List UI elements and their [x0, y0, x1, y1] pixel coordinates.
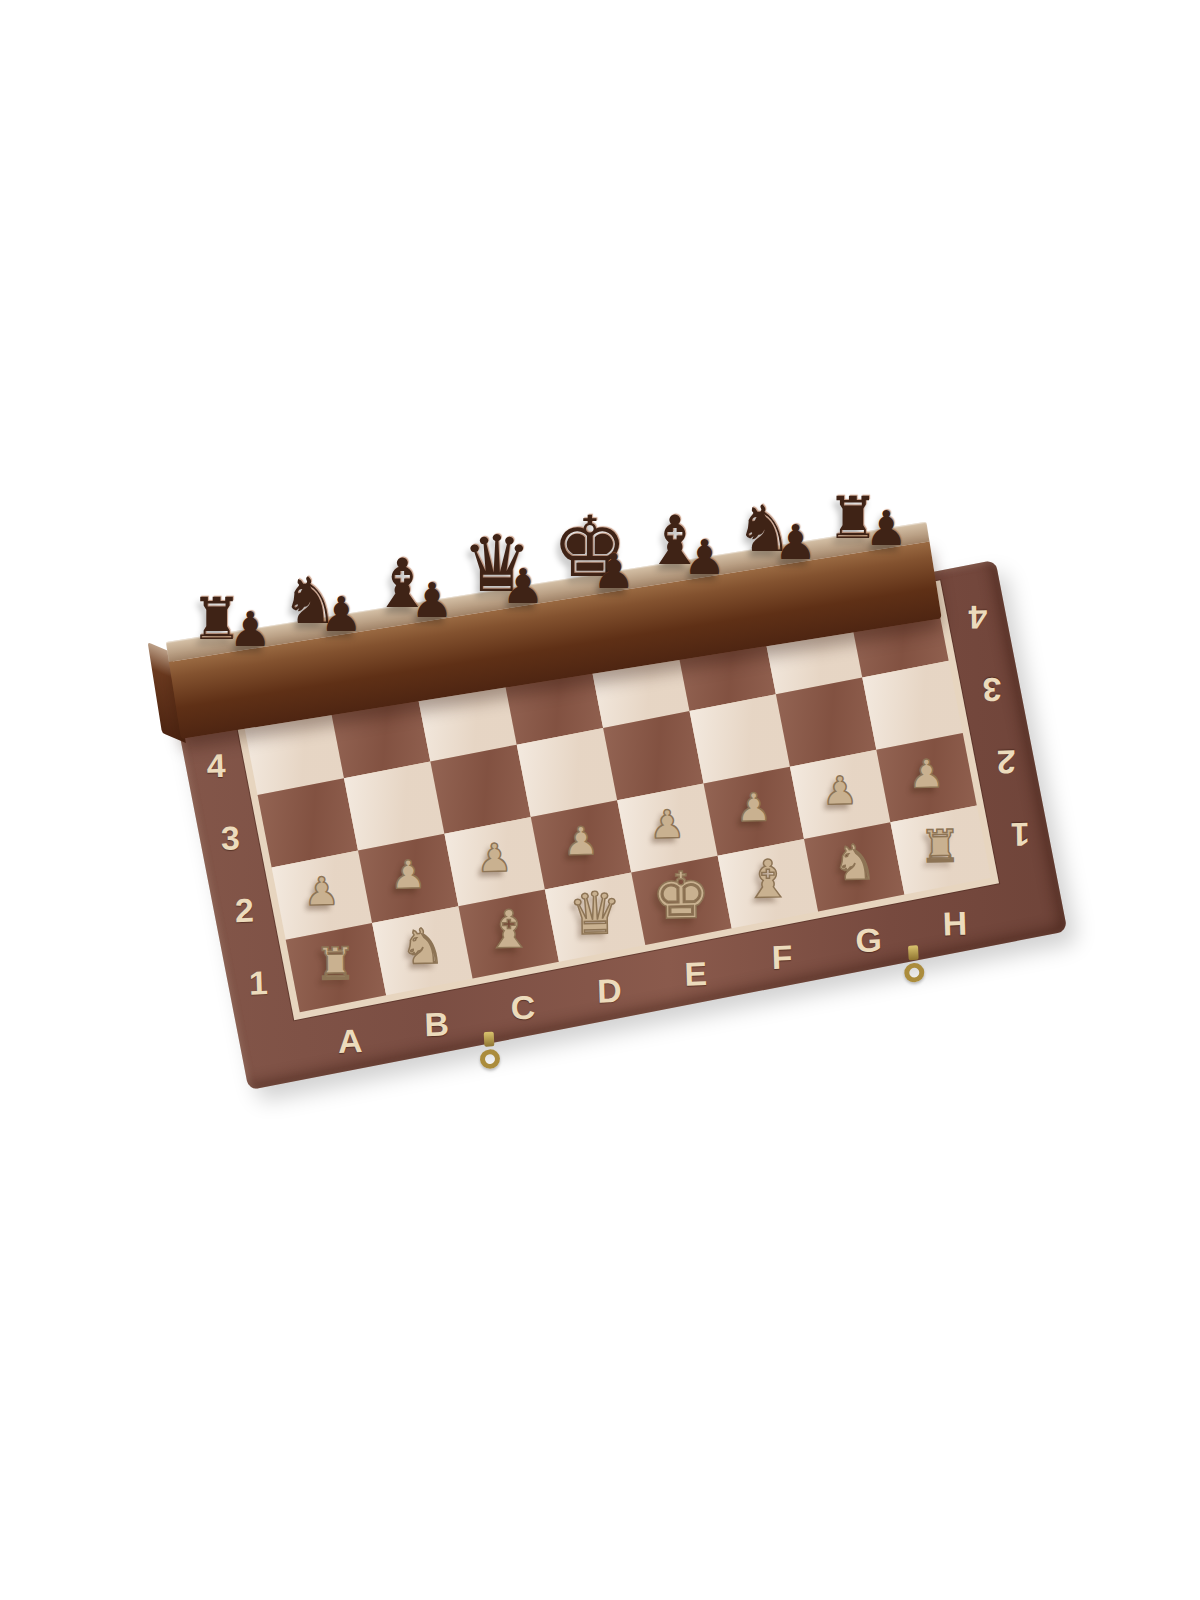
black-pawn-on-lid: ♟ [865, 504, 908, 552]
square-d1: ♛ [545, 873, 645, 962]
file-label-e: E [651, 951, 740, 997]
black-pawn-on-lid: ♟ [683, 533, 726, 581]
latch-plate [908, 945, 919, 960]
rank-label-left-1: 1 [235, 945, 281, 1020]
white-pawn-a2: ♟ [304, 871, 340, 911]
rank-label-right-1: 1 [998, 797, 1043, 872]
rank-label-left-4: 4 [193, 728, 239, 803]
white-rook-a1: ♜ [315, 941, 357, 987]
latch-ring [479, 1049, 500, 1070]
square-a1: ♜ [286, 923, 386, 1012]
rank-label-left-3: 3 [207, 800, 253, 875]
square-e1: ♚ [631, 856, 731, 945]
brass-latch-right [903, 945, 925, 983]
rank-label-right-2: 2 [984, 725, 1029, 800]
file-label-d: D [565, 967, 654, 1013]
white-pawn-d2: ♟ [563, 821, 599, 861]
file-label-b: B [392, 1001, 481, 1047]
file-label-h: H [910, 900, 999, 946]
rank-label-right-4: 4 [956, 580, 1001, 655]
lid-piece-pair-8: ♜♟ [811, 418, 921, 551]
black-pawn-on-lid: ♟ [592, 547, 635, 595]
white-knight-g1: ♞ [832, 838, 877, 888]
black-pawn-on-lid: ♟ [411, 576, 454, 624]
white-pawn-b2: ♟ [390, 855, 426, 895]
file-label-g: G [824, 917, 913, 963]
white-knight-b1: ♞ [400, 922, 445, 972]
white-bishop-f1: ♝ [743, 853, 792, 907]
white-queen-d1: ♛ [568, 884, 622, 943]
file-label-a: A [306, 1018, 395, 1064]
black-pawn-on-lid: ♟ [229, 605, 272, 653]
white-pawn-e2: ♟ [649, 804, 685, 844]
square-h1: ♜ [890, 805, 990, 894]
square-f1: ♝ [718, 839, 818, 928]
rank-label-right-3: 3 [970, 652, 1015, 727]
file-label-c: C [478, 984, 567, 1030]
white-pawn-f2: ♟ [736, 788, 772, 828]
square-g1: ♞ [804, 822, 904, 911]
square-c1: ♝ [458, 889, 558, 978]
latch-plate [483, 1032, 494, 1047]
black-pawn-on-lid: ♟ [501, 562, 544, 610]
black-pawn-on-lid: ♟ [774, 518, 817, 566]
white-bishop-c1: ♝ [484, 903, 533, 957]
white-king-e1: ♚ [651, 864, 711, 929]
white-pawn-g2: ♟ [822, 771, 858, 811]
white-pawn-h2: ♟ [908, 754, 944, 794]
square-b1: ♞ [372, 906, 472, 995]
file-label-f: F [738, 934, 827, 980]
chess-set-photo: 4321 4321 ABCDEFGH ♟♟♟♟♟♟♟♟♜♞♝♛♚♝♞♜ ♜♟♞♟… [0, 0, 1200, 1600]
black-pawn-on-lid: ♟ [320, 590, 363, 638]
rank-label-left-2: 2 [221, 873, 267, 948]
latch-ring [904, 962, 925, 983]
white-rook-h1: ♜ [920, 823, 962, 869]
brass-latch-left [478, 1031, 500, 1069]
white-pawn-c2: ♟ [476, 838, 512, 878]
